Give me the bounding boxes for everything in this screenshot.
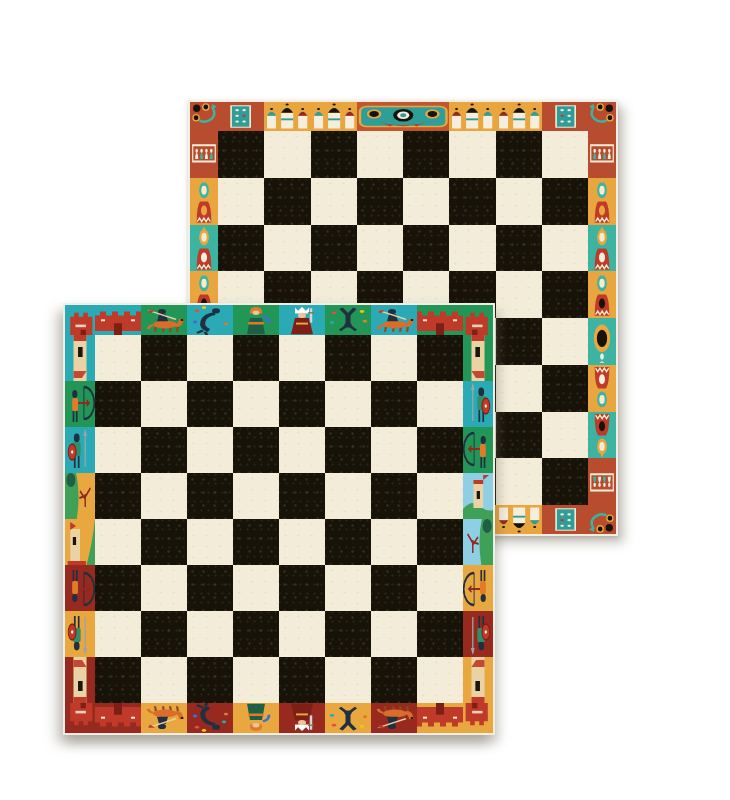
dolls-banner-icon [190, 131, 218, 178]
back-square-b6[interactable] [264, 225, 310, 272]
sky-castle-icon [463, 473, 493, 519]
dolls-banner-icon [588, 458, 616, 505]
frame-front-left-6-archer [65, 565, 95, 611]
king-icon [279, 305, 325, 335]
knight-icon [371, 703, 417, 733]
front-square-e5[interactable] [279, 473, 325, 519]
archer-icon [65, 381, 95, 427]
frame-back-top-1-dots-strip [218, 102, 264, 131]
back-square-g6[interactable] [496, 225, 542, 272]
front-square-d5[interactable] [233, 473, 279, 519]
horn-circles-icon [588, 505, 616, 534]
frame-front-corner-br [463, 703, 493, 733]
front-square-b7[interactable] [141, 381, 187, 427]
doll-icon [588, 412, 616, 459]
back-square-f8[interactable] [449, 131, 495, 178]
castle-corner-icon [463, 703, 493, 733]
horn-circles-icon [588, 102, 616, 131]
frame-back-top-6-domes [496, 102, 542, 131]
front-square-f6[interactable] [325, 427, 371, 473]
archer-icon [65, 565, 95, 611]
frame-front-right-1-tower [463, 335, 493, 381]
frame-front-bottom-1-castle-h [95, 703, 141, 733]
board-front [63, 303, 495, 735]
front-square-g4[interactable] [371, 519, 417, 565]
front-square-f4[interactable] [325, 519, 371, 565]
front-square-d8[interactable] [233, 335, 279, 381]
medallion-icon [357, 102, 450, 131]
front-square-g7[interactable] [371, 381, 417, 427]
front-square-b3[interactable] [141, 565, 187, 611]
tree-icon [65, 473, 95, 519]
castle-corner-icon [65, 305, 95, 335]
back-square-a7[interactable] [218, 178, 264, 225]
knight-icon [141, 703, 187, 733]
front-square-c8[interactable] [187, 335, 233, 381]
front-square-f3[interactable] [325, 565, 371, 611]
tower-icon [65, 657, 95, 703]
front-square-g5[interactable] [371, 473, 417, 519]
frame-front-right-7-spearman [463, 611, 493, 657]
spearman-icon [463, 381, 493, 427]
back-square-g5[interactable] [496, 271, 542, 318]
back-square-a6[interactable] [218, 225, 264, 272]
frame-front-bottom-2-knight [141, 703, 187, 733]
dolls-banner-icon [588, 131, 616, 178]
frame-front-bottom-7-knight [371, 703, 417, 733]
front-square-d4[interactable] [233, 519, 279, 565]
front-square-c5[interactable] [187, 473, 233, 519]
frame-back-right-5-ring [588, 318, 616, 365]
frame-back-corner-tl [190, 102, 218, 131]
front-square-h2[interactable] [417, 611, 463, 657]
doll-icon [588, 178, 616, 225]
dots-strip-icon [542, 102, 588, 131]
front-square-d6[interactable] [233, 427, 279, 473]
spearman-icon [65, 427, 95, 473]
juggler-icon [325, 703, 371, 733]
back-square-g4[interactable] [496, 318, 542, 365]
back-square-e6[interactable] [403, 225, 449, 272]
castle-h-icon [417, 305, 463, 335]
tower-icon [463, 335, 493, 381]
frame-back-bottom-7-dots-strip [542, 505, 588, 534]
front-square-h6[interactable] [417, 427, 463, 473]
back-square-h5[interactable] [542, 271, 588, 318]
archer-icon [463, 427, 493, 473]
front-square-g1[interactable] [371, 657, 417, 703]
front-square-c1[interactable] [187, 657, 233, 703]
front-square-d3[interactable] [233, 565, 279, 611]
back-square-g8[interactable] [496, 131, 542, 178]
front-square-d2[interactable] [233, 611, 279, 657]
front-square-e6[interactable] [279, 427, 325, 473]
frame-back-left-1-dolls-banner [190, 131, 218, 178]
tower-icon [65, 335, 95, 381]
front-square-e1[interactable] [279, 657, 325, 703]
jester-icon [187, 703, 233, 733]
frame-front-left-4-tree [65, 473, 95, 519]
front-square-h3[interactable] [417, 565, 463, 611]
domes-icon [496, 505, 542, 534]
domes-icon [311, 102, 357, 131]
frame-front-top-3-jester [187, 305, 233, 335]
prince-icon [233, 703, 279, 733]
frame-front-right-2-spearman [463, 381, 493, 427]
domes-icon [496, 102, 542, 131]
front-square-c6[interactable] [187, 427, 233, 473]
back-square-f6[interactable] [449, 225, 495, 272]
castle-h-icon [95, 305, 141, 335]
frame-back-right-8-dolls-banner [588, 458, 616, 505]
frame-back-corner-br [588, 505, 616, 534]
back-square-e8[interactable] [403, 131, 449, 178]
frame-front-left-8-tower [65, 657, 95, 703]
frame-back-top-3-domes [311, 102, 357, 131]
front-square-f5[interactable] [325, 473, 371, 519]
frame-front-right-5-tree [463, 519, 493, 565]
domes-icon [264, 102, 310, 131]
front-square-b1[interactable] [141, 657, 187, 703]
frame-front-top-5-king [279, 305, 325, 335]
frame-back-right-4-doll [588, 271, 616, 318]
back-square-c8[interactable] [311, 131, 357, 178]
front-square-a8[interactable] [95, 335, 141, 381]
back-square-h2[interactable] [542, 412, 588, 459]
front-square-a5[interactable] [95, 473, 141, 519]
doll-icon [190, 225, 218, 272]
frame-back-left-2-doll [190, 178, 218, 225]
back-square-g2[interactable] [496, 412, 542, 459]
tree-icon [463, 519, 493, 565]
front-square-c3[interactable] [187, 565, 233, 611]
back-square-h4[interactable] [542, 318, 588, 365]
spearman-icon [65, 611, 95, 657]
front-square-c7[interactable] [187, 381, 233, 427]
front-square-b5[interactable] [141, 473, 187, 519]
front-square-h5[interactable] [417, 473, 463, 519]
frame-back-bottom-6-domes [496, 505, 542, 534]
horn-circles-icon [190, 102, 218, 131]
king-icon [279, 703, 325, 733]
knight-icon [141, 305, 187, 335]
front-square-h4[interactable] [417, 519, 463, 565]
doll-icon [588, 365, 616, 412]
frame-front-bottom-5-king [279, 703, 325, 733]
back-square-a8[interactable] [218, 131, 264, 178]
front-square-g2[interactable] [371, 611, 417, 657]
frame-back-top-7-dots-strip [542, 102, 588, 131]
front-square-a4[interactable] [95, 519, 141, 565]
doll-icon [588, 225, 616, 272]
frame-back-top-2-domes [264, 102, 310, 131]
front-square-a3[interactable] [95, 565, 141, 611]
frame-front-top-4-prince [233, 305, 279, 335]
frame-front-corner-tr [463, 305, 493, 335]
front-square-f8[interactable] [325, 335, 371, 381]
back-square-h6[interactable] [542, 225, 588, 272]
frame-front-bottom-8-castle-h [417, 703, 463, 733]
frame-front-right-8-tower [463, 657, 493, 703]
front-square-f2[interactable] [325, 611, 371, 657]
front-square-f7[interactable] [325, 381, 371, 427]
back-square-c7[interactable] [311, 178, 357, 225]
frame-front-left-2-archer [65, 381, 95, 427]
frame-back-top-4-medallion [357, 102, 450, 131]
front-square-d7[interactable] [233, 381, 279, 427]
back-square-h1[interactable] [542, 458, 588, 505]
castle-h-icon [95, 703, 141, 733]
frame-front-bottom-3-jester [187, 703, 233, 733]
front-square-b6[interactable] [141, 427, 187, 473]
frame-front-right-3-archer [463, 427, 493, 473]
front-square-g8[interactable] [371, 335, 417, 381]
frame-front-top-8-castle-h [417, 305, 463, 335]
castle-corner-icon [463, 305, 493, 335]
frame-front-left-3-spearman [65, 427, 95, 473]
tower-icon [463, 657, 493, 703]
front-square-e7[interactable] [279, 381, 325, 427]
front-square-c4[interactable] [187, 519, 233, 565]
front-square-a2[interactable] [95, 611, 141, 657]
back-square-g7[interactable] [496, 178, 542, 225]
frame-front-bottom-6-juggler [325, 703, 371, 733]
frame-back-right-6-doll [588, 365, 616, 412]
front-square-h8[interactable] [417, 335, 463, 381]
frame-front-left-1-tower [65, 335, 95, 381]
frame-back-corner-tr [588, 102, 616, 131]
front-square-e4[interactable] [279, 519, 325, 565]
frame-front-top-6-juggler [325, 305, 371, 335]
dots-strip-icon [218, 102, 264, 131]
doll-icon [588, 271, 616, 318]
front-square-e8[interactable] [279, 335, 325, 381]
frame-front-corner-bl [65, 703, 95, 733]
front-square-b4[interactable] [141, 519, 187, 565]
frame-front-left-5-hill-tower [65, 519, 95, 565]
castle-corner-icon [65, 703, 95, 733]
front-square-c2[interactable] [187, 611, 233, 657]
frame-front-right-4-sky-castle [463, 473, 493, 519]
back-square-d6[interactable] [357, 225, 403, 272]
knight-icon [371, 305, 417, 335]
front-square-h1[interactable] [417, 657, 463, 703]
jester-icon [187, 305, 233, 335]
juggler-icon [325, 305, 371, 335]
frame-back-top-5-domes [449, 102, 495, 131]
frame-front-top-1-castle-h [95, 305, 141, 335]
frame-front-top-7-knight [371, 305, 417, 335]
front-square-f1[interactable] [325, 657, 371, 703]
castle-h-icon [417, 703, 463, 733]
front-square-g3[interactable] [371, 565, 417, 611]
hill-tower-icon [65, 519, 95, 565]
frame-back-right-1-dolls-banner [588, 131, 616, 178]
spearman-icon [463, 611, 493, 657]
frame-front-left-7-spearman [65, 611, 95, 657]
front-square-b8[interactable] [141, 335, 187, 381]
frame-back-right-3-doll [588, 225, 616, 272]
front-square-h7[interactable] [417, 381, 463, 427]
front-square-b2[interactable] [141, 611, 187, 657]
front-square-g6[interactable] [371, 427, 417, 473]
domes-icon [449, 102, 495, 131]
back-square-h3[interactable] [542, 365, 588, 412]
back-square-g3[interactable] [496, 365, 542, 412]
front-square-a7[interactable] [95, 381, 141, 427]
back-square-g1[interactable] [496, 458, 542, 505]
frame-back-right-2-doll [588, 178, 616, 225]
back-square-d7[interactable] [357, 178, 403, 225]
front-square-a1[interactable] [95, 657, 141, 703]
frame-front-top-2-knight [141, 305, 187, 335]
archer-icon [463, 565, 493, 611]
frame-back-right-7-doll [588, 412, 616, 459]
doll-icon [190, 178, 218, 225]
back-square-b7[interactable] [264, 178, 310, 225]
front-square-a6[interactable] [95, 427, 141, 473]
back-square-h7[interactable] [542, 178, 588, 225]
scene [0, 0, 730, 800]
back-square-b8[interactable] [264, 131, 310, 178]
back-square-c6[interactable] [311, 225, 357, 272]
ring-icon [588, 318, 616, 365]
frame-front-right-6-archer [463, 565, 493, 611]
back-square-h8[interactable] [542, 131, 588, 178]
back-square-e7[interactable] [403, 178, 449, 225]
front-square-d1[interactable] [233, 657, 279, 703]
back-square-f7[interactable] [449, 178, 495, 225]
front-square-e3[interactable] [279, 565, 325, 611]
dots-strip-icon [542, 505, 588, 534]
front-square-e2[interactable] [279, 611, 325, 657]
frame-front-corner-tl [65, 305, 95, 335]
frame-front-bottom-4-prince [233, 703, 279, 733]
back-square-d8[interactable] [357, 131, 403, 178]
prince-icon [233, 305, 279, 335]
frame-back-left-3-doll [190, 225, 218, 272]
